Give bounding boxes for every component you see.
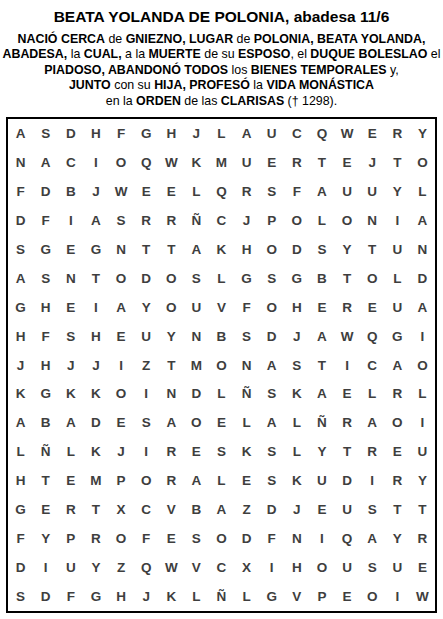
grid-cell[interactable]: I [83, 148, 108, 177]
grid-cell[interactable]: C [209, 206, 234, 235]
grid-cell[interactable]: N [58, 264, 83, 293]
grid-cell[interactable]: L [284, 408, 309, 437]
grid-cell[interactable]: Ñ [209, 582, 234, 611]
grid-cell[interactable]: E [309, 293, 334, 322]
grid-cell[interactable]: A [209, 495, 234, 524]
grid-cell[interactable]: Y [309, 437, 334, 466]
grid-cell[interactable]: Q [360, 322, 385, 351]
grid-cell[interactable]: H [159, 119, 184, 148]
grid-cell[interactable]: U [335, 177, 360, 206]
grid-cell[interactable]: L [284, 437, 309, 466]
grid-cell[interactable]: A [8, 264, 33, 293]
grid-cell[interactable]: E [108, 408, 133, 437]
grid-cell[interactable]: O [259, 235, 284, 264]
grid-cell[interactable]: A [184, 235, 209, 264]
grid-cell[interactable]: S [184, 524, 209, 553]
grid-cell[interactable]: Q [209, 177, 234, 206]
grid-cell[interactable]: D [259, 322, 284, 351]
grid-cell[interactable]: E [335, 582, 360, 611]
grid-cell[interactable]: U [360, 177, 385, 206]
grid-cell[interactable]: I [83, 293, 108, 322]
grid-cell[interactable]: S [184, 264, 209, 293]
grid-cell[interactable]: R [159, 206, 184, 235]
grid-cell[interactable]: F [259, 524, 284, 553]
grid-cell[interactable]: E [410, 553, 435, 582]
grid-cell[interactable]: R [410, 524, 435, 553]
grid-cell[interactable]: H [33, 293, 58, 322]
grid-cell[interactable]: W [410, 582, 435, 611]
grid-cell[interactable]: T [335, 264, 360, 293]
grid-cell[interactable]: T [410, 495, 435, 524]
grid-cell[interactable]: X [234, 553, 259, 582]
grid-cell[interactable]: L [309, 206, 334, 235]
grid-cell[interactable]: F [33, 206, 58, 235]
grid-cell[interactable]: J [284, 322, 309, 351]
grid-cell[interactable]: T [360, 235, 385, 264]
grid-cell[interactable]: S [234, 322, 259, 351]
grid-cell[interactable]: L [234, 582, 259, 611]
grid-cell[interactable]: U [309, 466, 334, 495]
grid-cell[interactable]: A [184, 466, 209, 495]
grid-cell[interactable]: N [184, 322, 209, 351]
grid-cell[interactable]: E [309, 495, 334, 524]
grid-cell[interactable]: G [8, 293, 33, 322]
grid-cell[interactable]: A [8, 119, 33, 148]
grid-cell[interactable]: S [284, 351, 309, 380]
grid-cell[interactable]: R [335, 408, 360, 437]
grid-cell[interactable]: K [184, 148, 209, 177]
grid-cell[interactable]: O [184, 408, 209, 437]
grid-cell[interactable]: H [83, 119, 108, 148]
grid-cell[interactable]: E [234, 466, 259, 495]
grid-cell[interactable]: B [309, 264, 334, 293]
grid-cell[interactable]: D [234, 524, 259, 553]
grid-cell[interactable]: L [234, 408, 259, 437]
grid-cell[interactable]: N [108, 235, 133, 264]
grid-cell[interactable]: E [209, 408, 234, 437]
grid-cell[interactable]: J [360, 148, 385, 177]
grid-cell[interactable]: L [8, 437, 33, 466]
grid-cell[interactable]: D [184, 380, 209, 409]
grid-cell[interactable]: W [335, 322, 360, 351]
grid-cell[interactable]: M [184, 351, 209, 380]
grid-cell[interactable]: K [234, 437, 259, 466]
grid-cell[interactable]: A [234, 119, 259, 148]
grid-cell[interactable]: E [58, 293, 83, 322]
grid-cell[interactable]: C [284, 119, 309, 148]
grid-cell[interactable]: U [134, 322, 159, 351]
grid-cell[interactable]: G [385, 322, 410, 351]
grid-cell[interactable]: Q [309, 119, 334, 148]
grid-cell[interactable]: D [8, 206, 33, 235]
grid-cell[interactable]: Ñ [184, 206, 209, 235]
grid-cell[interactable]: A [309, 177, 334, 206]
grid-cell[interactable]: T [335, 437, 360, 466]
grid-cell[interactable]: D [8, 553, 33, 582]
grid-cell[interactable]: I [360, 466, 385, 495]
grid-cell[interactable]: E [33, 495, 58, 524]
grid-cell[interactable]: Ñ [33, 437, 58, 466]
grid-cell[interactable]: H [234, 235, 259, 264]
grid-cell[interactable]: A [259, 351, 284, 380]
grid-cell[interactable]: E [360, 293, 385, 322]
grid-cell[interactable]: S [309, 235, 334, 264]
grid-cell[interactable]: B [33, 408, 58, 437]
grid-cell[interactable]: O [108, 524, 133, 553]
grid-cell[interactable]: U [385, 235, 410, 264]
grid-cell[interactable]: G [33, 235, 58, 264]
grid-cell[interactable]: F [33, 322, 58, 351]
grid-cell[interactable]: A [309, 322, 334, 351]
grid-cell[interactable]: K [8, 380, 33, 409]
grid-cell[interactable]: O [159, 293, 184, 322]
grid-cell[interactable]: I [385, 206, 410, 235]
grid-cell[interactable]: Ñ [234, 380, 259, 409]
grid-cell[interactable]: S [8, 582, 33, 611]
grid-cell[interactable]: D [33, 177, 58, 206]
grid-cell[interactable]: C [58, 148, 83, 177]
grid-cell[interactable]: E [259, 148, 284, 177]
grid-cell[interactable]: L [410, 177, 435, 206]
grid-cell[interactable]: U [234, 148, 259, 177]
grid-cell[interactable]: U [385, 293, 410, 322]
grid-cell[interactable]: U [58, 553, 83, 582]
grid-cell[interactable]: O [108, 380, 133, 409]
grid-cell[interactable]: U [385, 553, 410, 582]
grid-cell[interactable]: R [385, 466, 410, 495]
grid-cell[interactable]: O [259, 293, 284, 322]
hidden-word-label: DUQUE BOLESLAO [310, 47, 427, 61]
hidden-word-label: BEATA YOLANDA, [317, 32, 425, 46]
grid-cell[interactable]: T [159, 235, 184, 264]
grid-cell[interactable]: L [58, 437, 83, 466]
grid-cell[interactable]: I [108, 351, 133, 380]
grid-cell[interactable]: K [284, 466, 309, 495]
grid-cell[interactable]: L [209, 119, 234, 148]
grid-cell[interactable]: O [209, 351, 234, 380]
grid-cell[interactable]: O [284, 206, 309, 235]
grid-cell[interactable]: S [58, 322, 83, 351]
grid-cell[interactable]: O [209, 524, 234, 553]
grid-cell[interactable]: O [360, 264, 385, 293]
grid-cell[interactable]: F [108, 119, 133, 148]
grid-cell[interactable]: Y [33, 524, 58, 553]
grid-cell[interactable]: U [259, 119, 284, 148]
grid-cell[interactable]: Y [385, 177, 410, 206]
grid-cell[interactable]: Z [134, 351, 159, 380]
grid-cell[interactable]: V [284, 582, 309, 611]
grid-cell[interactable]: Y [159, 322, 184, 351]
grid-cell[interactable]: T [385, 148, 410, 177]
grid-cell[interactable]: F [58, 582, 83, 611]
grid-cell[interactable]: N [284, 524, 309, 553]
hidden-word-label: ABADESA, [3, 47, 68, 61]
grid-cell[interactable]: P [108, 466, 133, 495]
grid-cell[interactable]: R [134, 206, 159, 235]
grid-cell[interactable]: S [209, 437, 234, 466]
grid-cell[interactable]: R [159, 437, 184, 466]
grid-cell[interactable]: H [8, 322, 33, 351]
grid-cell[interactable]: T [159, 351, 184, 380]
grid-cell[interactable]: G [83, 582, 108, 611]
grid-cell[interactable]: R [234, 177, 259, 206]
grid-cell[interactable]: R [284, 148, 309, 177]
grid-cell[interactable]: Y [385, 524, 410, 553]
grid-cell[interactable]: R [58, 495, 83, 524]
grid-cell[interactable]: I [335, 351, 360, 380]
grid-cell[interactable]: M [83, 466, 108, 495]
grid-cell[interactable]: I [58, 206, 83, 235]
grid-cell[interactable]: N [360, 206, 385, 235]
grid-cell[interactable]: F [8, 177, 33, 206]
grid-cell[interactable]: N [234, 351, 259, 380]
grid-cell[interactable]: B [58, 177, 83, 206]
grid-cell[interactable]: Q [335, 524, 360, 553]
grid-cell[interactable]: E [58, 235, 83, 264]
hidden-word-label: VIDA MONÁSTICA [266, 78, 374, 92]
grid-cell[interactable]: J [134, 582, 159, 611]
description-text: con su [111, 78, 154, 92]
grid-cell[interactable]: T [134, 235, 159, 264]
grid-cell[interactable]: S [259, 264, 284, 293]
grid-cell[interactable]: N [8, 148, 33, 177]
grid-cell[interactable]: A [33, 148, 58, 177]
grid-cell[interactable]: R [360, 437, 385, 466]
grid-cell[interactable]: C [209, 553, 234, 582]
grid-cell[interactable]: S [360, 495, 385, 524]
grid-cell[interactable]: G [83, 235, 108, 264]
grid-cell[interactable]: S [360, 553, 385, 582]
grid-cell[interactable]: K [159, 582, 184, 611]
grid-cell[interactable]: X [108, 495, 133, 524]
grid-cell[interactable]: F [134, 524, 159, 553]
grid-cell[interactable]: T [83, 264, 108, 293]
grid-cell[interactable]: S [8, 235, 33, 264]
grid-cell[interactable]: Y [410, 119, 435, 148]
grid-cell[interactable]: O [410, 148, 435, 177]
grid-cell[interactable]: Y [134, 293, 159, 322]
grid-cell[interactable]: Z [108, 553, 133, 582]
grid-cell[interactable]: U [184, 293, 209, 322]
grid-cell[interactable]: L [385, 264, 410, 293]
grid-cell[interactable]: I [33, 553, 58, 582]
grid-cell[interactable]: D [83, 408, 108, 437]
grid-cell[interactable]: E [159, 524, 184, 553]
grid-cell[interactable]: A [108, 293, 133, 322]
grid-cell[interactable]: W [108, 177, 133, 206]
grid-cell[interactable]: J [58, 351, 83, 380]
grid-cell[interactable]: K [58, 380, 83, 409]
grid-cell[interactable]: O [360, 582, 385, 611]
grid-cell[interactable]: E [134, 177, 159, 206]
hidden-word-label: NACIÓ CERCA [18, 32, 105, 46]
grid-cell[interactable]: G [234, 264, 259, 293]
grid-cell[interactable]: P [259, 206, 284, 235]
grid-cell[interactable]: L [209, 380, 234, 409]
grid-cell[interactable]: A [159, 408, 184, 437]
grid-cell[interactable]: F [8, 524, 33, 553]
grid-cell[interactable]: O [335, 206, 360, 235]
grid-cell[interactable]: S [259, 437, 284, 466]
grid-cell[interactable]: T [83, 495, 108, 524]
grid-cell[interactable]: D [335, 466, 360, 495]
grid-cell[interactable]: H [8, 466, 33, 495]
grid-cell[interactable]: W [159, 148, 184, 177]
grid-cell[interactable]: Q [134, 553, 159, 582]
grid-cell[interactable]: W [335, 119, 360, 148]
grid-cell[interactable]: F [284, 177, 309, 206]
hidden-word-label: ORDEN [136, 94, 181, 108]
hidden-word-label: ESPOSO [238, 47, 290, 61]
grid-cell[interactable]: Q [134, 148, 159, 177]
grid-cell[interactable]: D [58, 119, 83, 148]
grid-cell[interactable]: D [33, 582, 58, 611]
grid-cell[interactable]: T [385, 495, 410, 524]
grid-cell[interactable]: B [184, 495, 209, 524]
grid-cell[interactable]: S [134, 408, 159, 437]
grid-cell[interactable]: J [8, 351, 33, 380]
grid-cell[interactable]: P [309, 582, 334, 611]
grid-cell[interactable]: E [385, 437, 410, 466]
grid-cell[interactable]: A [410, 206, 435, 235]
grid-cell[interactable]: U [335, 553, 360, 582]
grid-cell[interactable]: I [259, 553, 284, 582]
grid-cell[interactable]: A [83, 206, 108, 235]
grid-cell[interactable]: T [309, 148, 334, 177]
grid-cell[interactable]: L [184, 177, 209, 206]
grid-cell[interactable]: J [234, 206, 259, 235]
grid-cell[interactable]: R [335, 293, 360, 322]
grid-cell[interactable]: G [259, 582, 284, 611]
grid-cell[interactable]: A [385, 351, 410, 380]
grid-cell[interactable]: I [309, 524, 334, 553]
grid-cell[interactable]: G [8, 495, 33, 524]
grid-cell[interactable]: A [360, 524, 385, 553]
grid-cell[interactable]: N [410, 235, 435, 264]
grid-cell[interactable]: S [259, 466, 284, 495]
grid-cell[interactable]: S [259, 177, 284, 206]
grid-cell[interactable]: G [33, 380, 58, 409]
grid-cell[interactable]: D [284, 235, 309, 264]
grid-cell[interactable]: R [385, 119, 410, 148]
grid-cell[interactable]: D [410, 264, 435, 293]
grid-cell[interactable]: I [134, 380, 159, 409]
hidden-word-label: JUNTO [69, 78, 111, 92]
grid-cell[interactable]: Y [335, 235, 360, 264]
grid-cell[interactable]: Y [83, 553, 108, 582]
grid-cell[interactable]: J [284, 495, 309, 524]
grid-cell[interactable]: G [134, 119, 159, 148]
grid-cell[interactable]: A [410, 293, 435, 322]
grid-cell[interactable]: A [360, 408, 385, 437]
description-text: y, [387, 63, 399, 77]
grid-cell[interactable]: S [108, 206, 133, 235]
grid-cell[interactable]: U [410, 437, 435, 466]
grid-cell[interactable]: E [108, 322, 133, 351]
grid-cell[interactable]: G [284, 264, 309, 293]
grid-cell[interactable]: U [335, 495, 360, 524]
grid-cell[interactable]: O [134, 466, 159, 495]
grid-cell[interactable]: H [83, 322, 108, 351]
description-line-5: en la ORDEN de las CLARISAS († 1298). [0, 94, 443, 109]
grid-cell[interactable]: O [410, 351, 435, 380]
grid-cell[interactable]: N [159, 380, 184, 409]
grid-cell[interactable]: L [410, 380, 435, 409]
grid-cell[interactable]: B [209, 322, 234, 351]
grid-cell[interactable]: T [33, 466, 58, 495]
grid-cell[interactable]: O [309, 553, 334, 582]
grid-cell[interactable]: S [259, 380, 284, 409]
grid-cell[interactable]: E [360, 119, 385, 148]
grid-cell[interactable]: D [259, 495, 284, 524]
grid-cell[interactable]: R [159, 466, 184, 495]
grid-cell[interactable]: H [284, 553, 309, 582]
grid-cell[interactable]: C [134, 495, 159, 524]
grid-cell[interactable]: O [159, 264, 184, 293]
grid-cell[interactable]: K [83, 380, 108, 409]
grid-cell[interactable]: D [134, 264, 159, 293]
grid-cell[interactable]: V [209, 293, 234, 322]
grid-cell[interactable]: J [83, 351, 108, 380]
grid-cell[interactable]: A [259, 408, 284, 437]
grid-cell[interactable]: Z [234, 495, 259, 524]
grid-cell[interactable]: A [58, 408, 83, 437]
grid-cell[interactable]: O [108, 264, 133, 293]
grid-cell[interactable]: L [209, 264, 234, 293]
grid-cell[interactable]: L [360, 380, 385, 409]
grid-cell[interactable]: J [83, 177, 108, 206]
grid-cell[interactable]: V [159, 495, 184, 524]
grid-cell[interactable]: E [58, 466, 83, 495]
grid-cell[interactable]: A [8, 408, 33, 437]
grid-cell[interactable]: I [410, 408, 435, 437]
grid-cell[interactable]: J [184, 119, 209, 148]
grid-cell[interactable]: W [159, 553, 184, 582]
grid-cell[interactable]: A [309, 380, 334, 409]
grid-cell[interactable]: O [108, 148, 133, 177]
grid-cell[interactable]: E [335, 380, 360, 409]
grid-cell[interactable]: C [360, 351, 385, 380]
grid-cell[interactable]: H [108, 582, 133, 611]
grid-cell[interactable]: H [33, 351, 58, 380]
grid-cell[interactable]: J [108, 437, 133, 466]
grid-cell[interactable]: M [209, 148, 234, 177]
grid-cell[interactable]: H [284, 293, 309, 322]
grid-cell[interactable]: S [33, 264, 58, 293]
grid-cell[interactable]: L [209, 466, 234, 495]
grid-cell[interactable]: K [284, 380, 309, 409]
grid-cell[interactable]: E [184, 437, 209, 466]
grid-cell[interactable]: K [83, 437, 108, 466]
grid-cell[interactable]: T [309, 351, 334, 380]
grid-cell[interactable]: I [385, 582, 410, 611]
grid-cell[interactable]: Ñ [309, 408, 334, 437]
grid-cell[interactable]: R [83, 524, 108, 553]
grid-cell[interactable]: F [234, 293, 259, 322]
grid-cell[interactable]: E [335, 148, 360, 177]
grid-cell[interactable]: R [385, 380, 410, 409]
grid-cell[interactable]: L [184, 582, 209, 611]
grid-cell[interactable]: K [209, 235, 234, 264]
grid-cell[interactable]: E [159, 177, 184, 206]
grid-cell[interactable]: S [33, 119, 58, 148]
grid-cell[interactable]: I [134, 437, 159, 466]
grid-cell[interactable]: I [410, 322, 435, 351]
grid-cell[interactable]: Y [410, 466, 435, 495]
grid-cell[interactable]: O [385, 408, 410, 437]
grid-cell[interactable]: V [184, 553, 209, 582]
grid-cell[interactable]: P [58, 524, 83, 553]
